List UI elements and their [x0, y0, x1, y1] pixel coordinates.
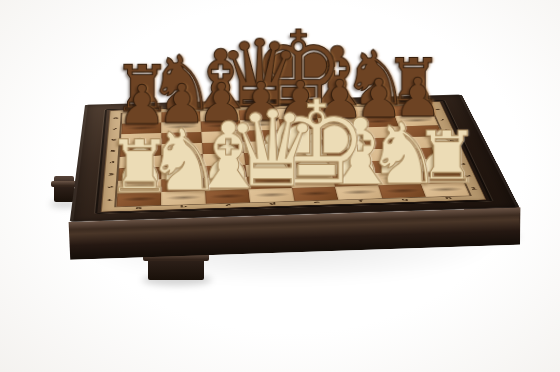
file-label-h: h: [445, 197, 453, 200]
white-rook-a1: ♜: [63, 133, 214, 203]
chess-set-photo: abcdefgh1122334455667788 ♜♞♝♛♚♝♞♜♟♟♟♟♟♟♟…: [0, 0, 560, 372]
file-label-f: f: [359, 199, 364, 202]
file-label-g: g: [401, 198, 409, 201]
file-label-b: b: [180, 205, 187, 208]
file-label-a: a: [135, 206, 142, 209]
chess-board: abcdefgh1122334455667788 ♜♞♝♛♚♝♞♜♟♟♟♟♟♟♟…: [70, 95, 520, 223]
file-label-e: e: [313, 201, 320, 204]
square-a1: ♜: [116, 192, 161, 207]
file-label-c: c: [225, 204, 231, 207]
board-grid: ♜♞♝♛♚♝♞♜♟♟♟♟♟♟♟♟♟♟♟♟♟♟♟♟♜♞♝♛♚♝♞♜: [116, 105, 469, 207]
file-label-d: d: [269, 202, 276, 205]
perspective-stage: abcdefgh1122334455667788 ♜♞♝♛♚♝♞♜♟♟♟♟♟♟♟…: [0, 0, 560, 372]
